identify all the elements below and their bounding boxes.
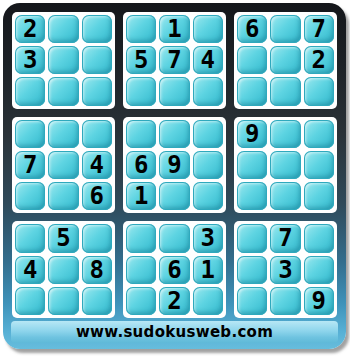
cell-r2c5[interactable]: 7 xyxy=(159,46,189,74)
cell-r9c2[interactable] xyxy=(48,287,78,315)
cell-r4c2[interactable] xyxy=(48,120,78,148)
cell-r4c1[interactable] xyxy=(15,120,45,148)
cell-r4c4[interactable] xyxy=(126,120,156,148)
cell-r5c4[interactable]: 6 xyxy=(126,151,156,179)
sudoku-page: 23157467274669195483612739 www.sudokuswe… xyxy=(0,0,350,360)
cell-r9c9[interactable]: 9 xyxy=(304,287,334,315)
cell-r2c9[interactable]: 2 xyxy=(304,46,334,74)
box-8: 3612 xyxy=(123,221,226,318)
cell-r9c4[interactable] xyxy=(126,287,156,315)
cell-r6c4[interactable]: 1 xyxy=(126,182,156,210)
box-9: 739 xyxy=(234,221,337,318)
cell-r6c8[interactable] xyxy=(270,182,300,210)
cell-r7c6[interactable]: 3 xyxy=(193,224,223,252)
cell-r8c6[interactable]: 1 xyxy=(193,256,223,284)
website-link[interactable]: www.sudokusweb.com xyxy=(76,323,273,341)
cell-r9c6[interactable] xyxy=(193,287,223,315)
cell-r3c1[interactable] xyxy=(15,77,45,105)
box-2: 1574 xyxy=(123,12,226,109)
cell-r2c1[interactable]: 3 xyxy=(15,46,45,74)
box-5: 691 xyxy=(123,117,226,214)
cell-r7c7[interactable] xyxy=(237,224,267,252)
cell-r6c5[interactable] xyxy=(159,182,189,210)
cell-r8c5[interactable]: 6 xyxy=(159,256,189,284)
box-6: 9 xyxy=(234,117,337,214)
cell-r8c8[interactable]: 3 xyxy=(270,256,300,284)
cell-r3c9[interactable] xyxy=(304,77,334,105)
cell-r7c8[interactable]: 7 xyxy=(270,224,300,252)
cell-r8c7[interactable] xyxy=(237,256,267,284)
cell-r8c2[interactable] xyxy=(48,256,78,284)
cell-r7c5[interactable] xyxy=(159,224,189,252)
cell-r2c3[interactable] xyxy=(82,46,112,74)
cell-r7c4[interactable] xyxy=(126,224,156,252)
cell-r2c2[interactable] xyxy=(48,46,78,74)
cell-r6c7[interactable] xyxy=(237,182,267,210)
cell-r4c3[interactable] xyxy=(82,120,112,148)
cell-r6c3[interactable]: 6 xyxy=(82,182,112,210)
cell-r3c7[interactable] xyxy=(237,77,267,105)
cell-r6c2[interactable] xyxy=(48,182,78,210)
cell-r4c7[interactable]: 9 xyxy=(237,120,267,148)
cell-r1c4[interactable] xyxy=(126,15,156,43)
cell-r1c8[interactable] xyxy=(270,15,300,43)
cell-r4c6[interactable] xyxy=(193,120,223,148)
cell-r1c2[interactable] xyxy=(48,15,78,43)
cell-r2c6[interactable]: 4 xyxy=(193,46,223,74)
cell-r8c1[interactable]: 4 xyxy=(15,256,45,284)
cell-r2c8[interactable] xyxy=(270,46,300,74)
cell-r8c3[interactable]: 8 xyxy=(82,256,112,284)
board-frame: 23157467274669195483612739 www.sudokuswe… xyxy=(3,3,346,349)
cell-r8c4[interactable] xyxy=(126,256,156,284)
cell-r1c5[interactable]: 1 xyxy=(159,15,189,43)
cell-r4c5[interactable] xyxy=(159,120,189,148)
box-7: 548 xyxy=(12,221,115,318)
cell-r5c1[interactable]: 7 xyxy=(15,151,45,179)
box-1: 23 xyxy=(12,12,115,109)
cell-r9c5[interactable]: 2 xyxy=(159,287,189,315)
box-4: 746 xyxy=(12,117,115,214)
footer-band: www.sudokusweb.com xyxy=(11,321,338,343)
cell-r9c8[interactable] xyxy=(270,287,300,315)
cell-r6c6[interactable] xyxy=(193,182,223,210)
cell-r5c8[interactable] xyxy=(270,151,300,179)
cell-r9c3[interactable] xyxy=(82,287,112,315)
cell-r9c7[interactable] xyxy=(237,287,267,315)
cell-r4c8[interactable] xyxy=(270,120,300,148)
cell-r7c2[interactable]: 5 xyxy=(48,224,78,252)
cell-r7c3[interactable] xyxy=(82,224,112,252)
cell-r2c4[interactable]: 5 xyxy=(126,46,156,74)
cell-r1c3[interactable] xyxy=(82,15,112,43)
sudoku-board: 23157467274669195483612739 xyxy=(12,12,337,318)
cell-r1c7[interactable]: 6 xyxy=(237,15,267,43)
cell-r8c9[interactable] xyxy=(304,256,334,284)
cell-r3c6[interactable] xyxy=(193,77,223,105)
cell-r3c3[interactable] xyxy=(82,77,112,105)
cell-r3c4[interactable] xyxy=(126,77,156,105)
cell-r2c7[interactable] xyxy=(237,46,267,74)
cell-r3c8[interactable] xyxy=(270,77,300,105)
cell-r3c5[interactable] xyxy=(159,77,189,105)
cell-r7c9[interactable] xyxy=(304,224,334,252)
cell-r7c1[interactable] xyxy=(15,224,45,252)
cell-r5c7[interactable] xyxy=(237,151,267,179)
cell-r5c6[interactable] xyxy=(193,151,223,179)
cell-r1c6[interactable] xyxy=(193,15,223,43)
cell-r5c2[interactable] xyxy=(48,151,78,179)
cell-r1c1[interactable]: 2 xyxy=(15,15,45,43)
cell-r5c9[interactable] xyxy=(304,151,334,179)
cell-r9c1[interactable] xyxy=(15,287,45,315)
cell-r4c9[interactable] xyxy=(304,120,334,148)
cell-r5c5[interactable]: 9 xyxy=(159,151,189,179)
cell-r5c3[interactable]: 4 xyxy=(82,151,112,179)
box-3: 672 xyxy=(234,12,337,109)
cell-r6c9[interactable] xyxy=(304,182,334,210)
cell-r6c1[interactable] xyxy=(15,182,45,210)
cell-r1c9[interactable]: 7 xyxy=(304,15,334,43)
cell-r3c2[interactable] xyxy=(48,77,78,105)
